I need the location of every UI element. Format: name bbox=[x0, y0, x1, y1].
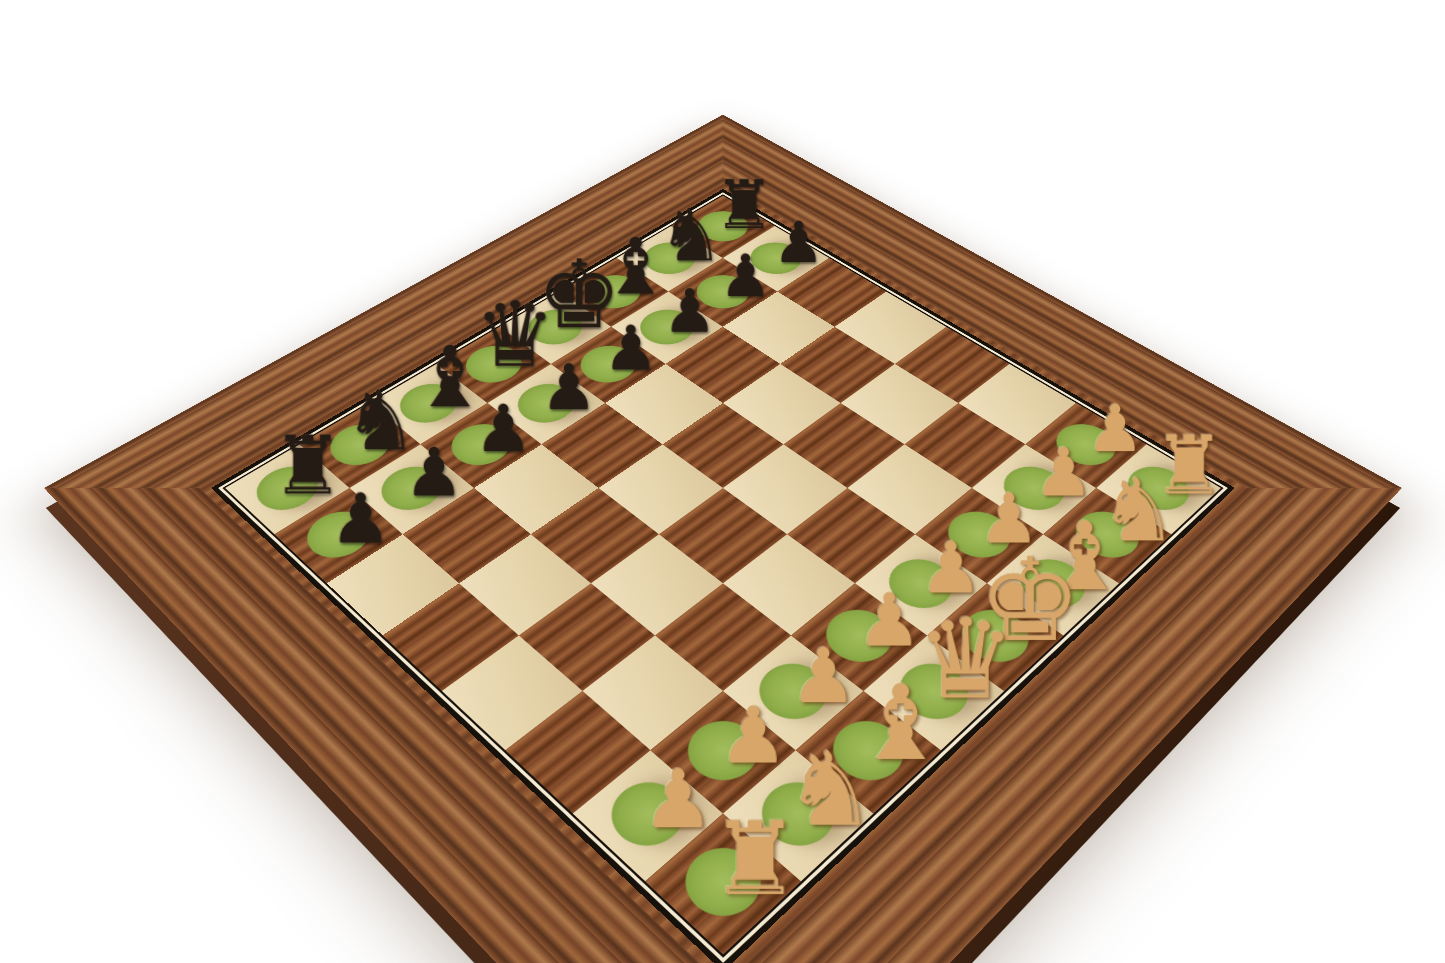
chess-set-photo: ♜♞♝♛♚♝♞♜♟♟♟♟♟♟♟♟♟♟♟♟♟♟♟♟♜♞♝♛♚♝♞♜ bbox=[0, 0, 1445, 963]
white-rook[interactable]: ♜ bbox=[699, 808, 811, 910]
black-pawn[interactable]: ♟ bbox=[314, 485, 406, 554]
board-3d: ♜♞♝♛♚♝♞♜♟♟♟♟♟♟♟♟♟♟♟♟♟♟♟♟♜♞♝♛♚♝♞♜ bbox=[44, 114, 1402, 963]
